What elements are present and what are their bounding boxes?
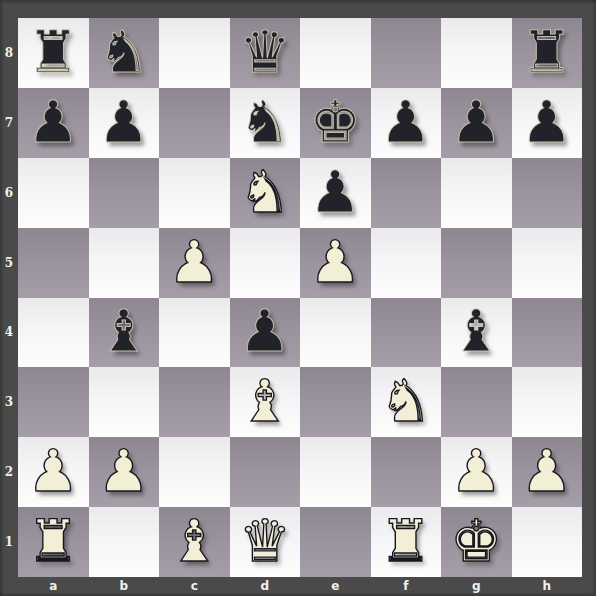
chess-board: ♜♞♛♜♟♟♞♚♟♟♟♞♟♟♟♝♟♝♝♞♟♟♟♟♜♝♛♜♚ (18, 18, 582, 577)
square-d3[interactable]: ♝ (230, 367, 301, 437)
square-f5[interactable] (371, 228, 442, 298)
square-a7[interactable]: ♟ (18, 88, 89, 158)
square-d8[interactable]: ♛ (230, 18, 301, 88)
piece-black-knight[interactable]: ♞ (98, 23, 150, 81)
rank-label-8: 8 (0, 18, 18, 88)
square-f6[interactable] (371, 158, 442, 228)
square-g4[interactable]: ♝ (441, 298, 512, 368)
piece-white-rook[interactable]: ♜ (27, 512, 79, 570)
piece-black-bishop[interactable]: ♝ (450, 302, 502, 360)
square-h5[interactable] (512, 228, 583, 298)
square-c1[interactable]: ♝ (159, 507, 230, 577)
square-c8[interactable] (159, 18, 230, 88)
piece-black-rook[interactable]: ♜ (521, 23, 573, 81)
square-b6[interactable] (89, 158, 160, 228)
square-e7[interactable]: ♚ (300, 88, 371, 158)
square-f8[interactable] (371, 18, 442, 88)
square-f3[interactable]: ♞ (371, 367, 442, 437)
piece-white-king[interactable]: ♚ (450, 512, 502, 570)
rank-label-1: 1 (0, 507, 18, 577)
piece-white-knight[interactable]: ♞ (239, 163, 291, 221)
piece-black-pawn[interactable]: ♟ (239, 302, 291, 360)
file-label-f: f (371, 577, 442, 596)
square-d2[interactable] (230, 437, 301, 507)
square-a5[interactable] (18, 228, 89, 298)
rank-label-5: 5 (0, 228, 18, 298)
piece-white-bishop[interactable]: ♝ (168, 512, 220, 570)
square-d1[interactable]: ♛ (230, 507, 301, 577)
square-a2[interactable]: ♟ (18, 437, 89, 507)
square-e2[interactable] (300, 437, 371, 507)
square-f1[interactable]: ♜ (371, 507, 442, 577)
piece-black-pawn[interactable]: ♟ (27, 93, 79, 151)
piece-black-pawn[interactable]: ♟ (521, 93, 573, 151)
piece-white-pawn[interactable]: ♟ (98, 442, 150, 500)
piece-white-pawn[interactable]: ♟ (521, 442, 573, 500)
square-f4[interactable] (371, 298, 442, 368)
file-label-b: b (89, 577, 160, 596)
piece-black-rook[interactable]: ♜ (27, 23, 79, 81)
square-c4[interactable] (159, 298, 230, 368)
piece-black-bishop[interactable]: ♝ (98, 302, 150, 360)
square-a8[interactable]: ♜ (18, 18, 89, 88)
square-e3[interactable] (300, 367, 371, 437)
square-a3[interactable] (18, 367, 89, 437)
piece-white-knight[interactable]: ♞ (380, 372, 432, 430)
square-c2[interactable] (159, 437, 230, 507)
piece-white-bishop[interactable]: ♝ (239, 372, 291, 430)
file-labels: abcdefgh (18, 577, 582, 596)
rank-label-7: 7 (0, 88, 18, 158)
file-label-c: c (159, 577, 230, 596)
square-g7[interactable]: ♟ (441, 88, 512, 158)
piece-white-queen[interactable]: ♛ (239, 512, 291, 570)
square-a1[interactable]: ♜ (18, 507, 89, 577)
square-h3[interactable] (512, 367, 583, 437)
square-h7[interactable]: ♟ (512, 88, 583, 158)
file-label-a: a (18, 577, 89, 596)
rank-label-3: 3 (0, 367, 18, 437)
rank-label-4: 4 (0, 298, 18, 368)
square-d5[interactable] (230, 228, 301, 298)
square-b1[interactable] (89, 507, 160, 577)
square-b8[interactable]: ♞ (89, 18, 160, 88)
piece-black-queen[interactable]: ♛ (239, 23, 291, 81)
square-g5[interactable] (441, 228, 512, 298)
piece-black-knight[interactable]: ♞ (239, 93, 291, 151)
piece-black-pawn[interactable]: ♟ (309, 163, 361, 221)
rank-labels: 87654321 (0, 18, 18, 577)
square-d4[interactable]: ♟ (230, 298, 301, 368)
piece-white-rook[interactable]: ♜ (380, 512, 432, 570)
rank-label-2: 2 (0, 437, 18, 507)
square-e6[interactable]: ♟ (300, 158, 371, 228)
square-b2[interactable]: ♟ (89, 437, 160, 507)
square-a6[interactable] (18, 158, 89, 228)
square-a4[interactable] (18, 298, 89, 368)
piece-white-pawn[interactable]: ♟ (309, 233, 361, 291)
file-label-e: e (300, 577, 371, 596)
square-g6[interactable] (441, 158, 512, 228)
square-d6[interactable]: ♞ (230, 158, 301, 228)
square-b3[interactable] (89, 367, 160, 437)
file-label-d: d (230, 577, 301, 596)
square-b4[interactable]: ♝ (89, 298, 160, 368)
square-e5[interactable]: ♟ (300, 228, 371, 298)
piece-black-king[interactable]: ♚ (309, 93, 361, 151)
square-g2[interactable]: ♟ (441, 437, 512, 507)
rank-label-6: 6 (0, 158, 18, 228)
piece-white-pawn[interactable]: ♟ (450, 442, 502, 500)
square-c3[interactable] (159, 367, 230, 437)
square-h6[interactable] (512, 158, 583, 228)
square-c5[interactable]: ♟ (159, 228, 230, 298)
square-c7[interactable] (159, 88, 230, 158)
piece-black-pawn[interactable]: ♟ (98, 93, 150, 151)
square-g3[interactable] (441, 367, 512, 437)
square-d7[interactable]: ♞ (230, 88, 301, 158)
square-h8[interactable]: ♜ (512, 18, 583, 88)
square-h2[interactable]: ♟ (512, 437, 583, 507)
file-label-h: h (512, 577, 583, 596)
square-f7[interactable]: ♟ (371, 88, 442, 158)
square-c6[interactable] (159, 158, 230, 228)
chess-board-frame: 87654321 ♜♞♛♜♟♟♞♚♟♟♟♞♟♟♟♝♟♝♝♞♟♟♟♟♜♝♛♜♚ a… (0, 0, 596, 596)
square-g1[interactable]: ♚ (441, 507, 512, 577)
piece-white-pawn[interactable]: ♟ (168, 233, 220, 291)
piece-black-pawn[interactable]: ♟ (450, 93, 502, 151)
file-label-g: g (441, 577, 512, 596)
square-b7[interactable]: ♟ (89, 88, 160, 158)
square-e8[interactable] (300, 18, 371, 88)
square-h1[interactable] (512, 507, 583, 577)
square-g8[interactable] (441, 18, 512, 88)
square-e4[interactable] (300, 298, 371, 368)
square-b5[interactable] (89, 228, 160, 298)
square-e1[interactable] (300, 507, 371, 577)
piece-black-pawn[interactable]: ♟ (380, 93, 432, 151)
square-h4[interactable] (512, 298, 583, 368)
square-f2[interactable] (371, 437, 442, 507)
piece-white-pawn[interactable]: ♟ (27, 442, 79, 500)
